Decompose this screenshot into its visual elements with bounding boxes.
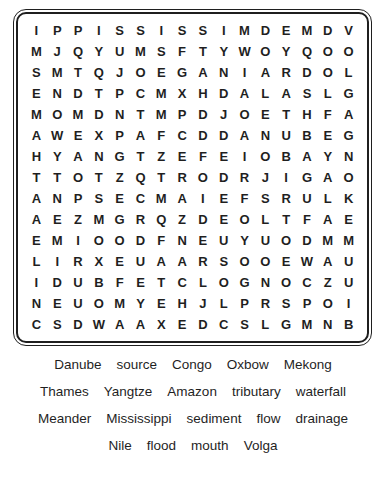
grid-cell-r10c14[interactable]: F (297, 209, 318, 230)
grid-cell-r12c9[interactable]: R (193, 251, 214, 272)
grid-cell-r13c2[interactable]: D (47, 272, 68, 293)
grid-cell-r12c16[interactable]: U (338, 251, 359, 272)
grid-cell-r11c4[interactable]: O (88, 230, 109, 251)
grid-cell-r14c16[interactable]: I (338, 293, 359, 314)
grid-cell-r4c10[interactable]: D (213, 83, 234, 104)
grid-cell-r13c15[interactable]: Z (317, 272, 338, 293)
grid-cell-r11c10[interactable]: U (213, 230, 234, 251)
grid-cell-r8c3[interactable]: O (68, 167, 89, 188)
grid-cell-r11c16[interactable]: M (338, 230, 359, 251)
grid-cell-r6c12[interactable]: N (255, 125, 276, 146)
grid-cell-r6c11[interactable]: A (234, 125, 255, 146)
grid-cell-r8c8[interactable]: R (172, 167, 193, 188)
grid-cell-r10c11[interactable]: O (234, 209, 255, 230)
grid-cell-r8c9[interactable]: O (193, 167, 214, 188)
grid-cell-r9c8[interactable]: A (172, 188, 193, 209)
grid-cell-r11c8[interactable]: N (172, 230, 193, 251)
grid-cell-r3c2[interactable]: M (47, 62, 68, 83)
grid-cell-r8c4[interactable]: T (88, 167, 109, 188)
grid-cell-r1c15[interactable]: D (317, 20, 338, 41)
grid-cell-r9c13[interactable]: R (276, 188, 297, 209)
grid-cell-r4c3[interactable]: D (68, 83, 89, 104)
grid-cell-r12c15[interactable]: A (317, 251, 338, 272)
grid-cell-r7c11[interactable]: I (234, 146, 255, 167)
grid-cell-r11c11[interactable]: Y (234, 230, 255, 251)
grid-cell-r5c9[interactable]: D (193, 104, 214, 125)
grid-cell-r5c4[interactable]: D (88, 104, 109, 125)
grid-cell-r12c14[interactable]: W (297, 251, 318, 272)
word-mekong: Mekong (284, 357, 332, 372)
grid-cell-r1c11[interactable]: M (234, 20, 255, 41)
grid-cell-r5c12[interactable]: E (255, 104, 276, 125)
grid-cell-r2c3[interactable]: Q (68, 41, 89, 62)
grid-cell-r6c6[interactable]: A (130, 125, 151, 146)
word-waterfall: waterfall (296, 384, 346, 399)
word-sediment: sediment (187, 411, 242, 426)
grid-cell-r15c2[interactable]: S (47, 314, 68, 335)
grid-cell-r2c6[interactable]: M (130, 41, 151, 62)
grid-cell-r7c2[interactable]: Y (47, 146, 68, 167)
grid-cell-r13c7[interactable]: T (151, 272, 172, 293)
grid-cell-r9c14[interactable]: U (297, 188, 318, 209)
grid-cell-r4c8[interactable]: X (172, 83, 193, 104)
grid-cell-r7c15[interactable]: Y (317, 146, 338, 167)
grid-cell-r10c9[interactable]: D (193, 209, 214, 230)
grid-cell-r2c15[interactable]: O (317, 41, 338, 62)
grid-cell-r10c7[interactable]: Q (151, 209, 172, 230)
grid-cell-r9c9[interactable]: I (193, 188, 214, 209)
grid-cell-r8c11[interactable]: R (234, 167, 255, 188)
grid-cell-r4c5[interactable]: P (109, 83, 130, 104)
grid-cell-r4c14[interactable]: S (297, 83, 318, 104)
grid-cell-r7c8[interactable]: E (172, 146, 193, 167)
grid-cell-r10c6[interactable]: R (130, 209, 151, 230)
grid-cell-r9c1[interactable]: A (26, 188, 47, 209)
grid-cell-r3c3[interactable]: T (68, 62, 89, 83)
grid-cell-r4c4[interactable]: T (88, 83, 109, 104)
grid-cell-r10c2[interactable]: E (47, 209, 68, 230)
word-oxbow: Oxbow (227, 357, 269, 372)
word-search-board: IPPISSISSIMDEMDVMJQYUMSFTYWOYQOOSMTQJOEG… (13, 9, 372, 346)
grid-cell-r5c1[interactable]: M (26, 104, 47, 125)
grid-cell-r6c13[interactable]: U (276, 125, 297, 146)
grid-cell-r2c9[interactable]: T (193, 41, 214, 62)
grid-cell-r9c2[interactable]: N (47, 188, 68, 209)
word-danube: Danube (54, 357, 101, 372)
grid-cell-r4c6[interactable]: C (130, 83, 151, 104)
grid-cell-r1c10[interactable]: I (213, 20, 234, 41)
grid-cell-r14c9[interactable]: J (193, 293, 214, 314)
grid-cell-r8c7[interactable]: T (151, 167, 172, 188)
grid-cell-r14c15[interactable]: O (317, 293, 338, 314)
grid-cell-r6c4[interactable]: X (88, 125, 109, 146)
grid-cell-r2c7[interactable]: S (151, 41, 172, 62)
grid-cell-r12c8[interactable]: A (172, 251, 193, 272)
grid-cell-r3c1[interactable]: S (26, 62, 47, 83)
grid-cell-r9c16[interactable]: K (338, 188, 359, 209)
grid-cell-r6c3[interactable]: E (68, 125, 89, 146)
word-flood: flood (147, 438, 176, 453)
grid-cell-r6c7[interactable]: F (151, 125, 172, 146)
grid-cell-r9c5[interactable]: E (109, 188, 130, 209)
grid-cell-r2c8[interactable]: F (172, 41, 193, 62)
grid-cell-r6c9[interactable]: D (193, 125, 214, 146)
grid-cell-r8c5[interactable]: Z (109, 167, 130, 188)
grid-cell-r2c13[interactable]: Y (276, 41, 297, 62)
grid-cell-r13c9[interactable]: L (193, 272, 214, 293)
grid-cell-r2c16[interactable]: O (338, 41, 359, 62)
grid-cell-r15c3[interactable]: D (68, 314, 89, 335)
grid-cell-r15c15[interactable]: N (317, 314, 338, 335)
grid-cell-r1c12[interactable]: D (255, 20, 276, 41)
grid-cell-r7c6[interactable]: T (130, 146, 151, 167)
grid-cell-r2c5[interactable]: U (109, 41, 130, 62)
grid-cell-r13c1[interactable]: I (26, 272, 47, 293)
word-mississippi: Mississippi (106, 411, 171, 426)
grid-cell-r13c12[interactable]: N (255, 272, 276, 293)
grid-cell-r11c15[interactable]: M (317, 230, 338, 251)
grid-cell-r8c12[interactable]: J (255, 167, 276, 188)
grid-cell-r10c5[interactable]: G (109, 209, 130, 230)
grid-cell-r13c8[interactable]: C (172, 272, 193, 293)
grid-cell-r7c10[interactable]: E (213, 146, 234, 167)
grid-cell-r1c13[interactable]: E (276, 20, 297, 41)
grid-cell-r5c14[interactable]: H (297, 104, 318, 125)
grid-cell-r15c9[interactable]: D (193, 314, 214, 335)
grid-cell-r5c16[interactable]: A (338, 104, 359, 125)
grid-cell-r11c12[interactable]: U (255, 230, 276, 251)
grid-cell-r10c8[interactable]: Z (172, 209, 193, 230)
grid-cell-r1c5[interactable]: S (109, 20, 130, 41)
grid-cell-r11c9[interactable]: E (193, 230, 214, 251)
grid-cell-r9c7[interactable]: M (151, 188, 172, 209)
grid-cell-r7c14[interactable]: A (297, 146, 318, 167)
grid-cell-r10c16[interactable]: E (338, 209, 359, 230)
grid-cell-r13c3[interactable]: U (68, 272, 89, 293)
grid-cell-r4c16[interactable]: G (338, 83, 359, 104)
grid-cell-r3c7[interactable]: E (151, 62, 172, 83)
grid-cell-r2c1[interactable]: M (26, 41, 47, 62)
grid-cell-r7c5[interactable]: G (109, 146, 130, 167)
word-thames: Thames (40, 384, 89, 399)
grid-cell-r12c10[interactable]: S (213, 251, 234, 272)
grid-cell-r14c2[interactable]: E (47, 293, 68, 314)
grid-cell-r8c14[interactable]: G (297, 167, 318, 188)
grid-cell-r6c14[interactable]: B (297, 125, 318, 146)
grid-cell-r9c10[interactable]: E (213, 188, 234, 209)
grid-cell-r10c1[interactable]: A (26, 209, 47, 230)
grid-cell-r3c16[interactable]: L (338, 62, 359, 83)
grid-cell-r11c13[interactable]: O (276, 230, 297, 251)
grid-cell-r14c3[interactable]: U (68, 293, 89, 314)
grid-cell-r13c4[interactable]: B (88, 272, 109, 293)
grid-cell-r4c13[interactable]: A (276, 83, 297, 104)
grid-cell-r8c10[interactable]: D (213, 167, 234, 188)
word-volga: Volga (244, 438, 278, 453)
word-list-line-4: NilefloodmouthVolga (109, 432, 278, 459)
grid-cell-r11c2[interactable]: M (47, 230, 68, 251)
grid-cell-r11c1[interactable]: E (26, 230, 47, 251)
grid-cell-r2c14[interactable]: Q (297, 41, 318, 62)
grid-cell-r13c6[interactable]: E (130, 272, 151, 293)
grid-cell-r13c14[interactable]: C (297, 272, 318, 293)
grid-cell-r8c1[interactable]: T (26, 167, 47, 188)
grid-cell-r7c1[interactable]: H (26, 146, 47, 167)
grid-cell-r7c12[interactable]: O (255, 146, 276, 167)
grid-cell-r15c6[interactable]: A (130, 314, 151, 335)
grid-cell-r13c13[interactable]: O (276, 272, 297, 293)
grid-cell-r1c7[interactable]: I (151, 20, 172, 41)
grid-cell-r8c6[interactable]: Q (130, 167, 151, 188)
grid-cell-r15c16[interactable]: B (338, 314, 359, 335)
grid-cell-r15c13[interactable]: G (276, 314, 297, 335)
grid-cell-r4c1[interactable]: E (26, 83, 47, 104)
grid-cell-r5c13[interactable]: T (276, 104, 297, 125)
grid-cell-r9c4[interactable]: S (88, 188, 109, 209)
grid-cell-r3c8[interactable]: G (172, 62, 193, 83)
grid-cell-r8c15[interactable]: A (317, 167, 338, 188)
grid-cell-r2c2[interactable]: J (47, 41, 68, 62)
grid-cell-r3c15[interactable]: O (317, 62, 338, 83)
grid-cell-r14c6[interactable]: Y (130, 293, 151, 314)
grid-cell-r14c12[interactable]: R (255, 293, 276, 314)
grid-cell-r7c13[interactable]: B (276, 146, 297, 167)
word-meander: Meander (38, 411, 91, 426)
grid-cell-r14c7[interactable]: E (151, 293, 172, 314)
grid-cell-r15c12[interactable]: L (255, 314, 276, 335)
grid-cell-r15c4[interactable]: W (88, 314, 109, 335)
grid-cell-r12c1[interactable]: L (26, 251, 47, 272)
grid-cell-r1c3[interactable]: P (68, 20, 89, 41)
grid-cell-r5c2[interactable]: O (47, 104, 68, 125)
grid-cell-r10c3[interactable]: Z (68, 209, 89, 230)
grid-cell-r5c8[interactable]: P (172, 104, 193, 125)
grid-cell-r3c14[interactable]: D (297, 62, 318, 83)
grid-cell-r14c13[interactable]: S (276, 293, 297, 314)
grid-cell-r11c7[interactable]: F (151, 230, 172, 251)
grid-cell-r3c11[interactable]: I (234, 62, 255, 83)
grid-cell-r12c13[interactable]: E (276, 251, 297, 272)
letter-grid: IPPISSISSIMDEMDVMJQYUMSFTYWOYQOOSMTQJOEG… (16, 12, 369, 343)
grid-cell-r14c4[interactable]: O (88, 293, 109, 314)
grid-cell-r9c15[interactable]: L (317, 188, 338, 209)
grid-cell-r11c6[interactable]: D (130, 230, 151, 251)
grid-cell-r4c12[interactable]: L (255, 83, 276, 104)
grid-cell-r15c10[interactable]: C (213, 314, 234, 335)
grid-cell-r14c11[interactable]: P (234, 293, 255, 314)
grid-cell-r4c7[interactable]: M (151, 83, 172, 104)
grid-cell-r13c16[interactable]: U (338, 272, 359, 293)
grid-cell-r2c10[interactable]: Y (213, 41, 234, 62)
grid-cell-r5c7[interactable]: M (151, 104, 172, 125)
grid-cell-r7c9[interactable]: F (193, 146, 214, 167)
word-list-line-1: DanubesourceCongoOxbowMekong (54, 351, 332, 378)
grid-cell-r10c15[interactable]: A (317, 209, 338, 230)
grid-cell-r4c2[interactable]: N (47, 83, 68, 104)
grid-cell-r5c6[interactable]: T (130, 104, 151, 125)
grid-cell-r1c2[interactable]: P (47, 20, 68, 41)
grid-cell-r15c8[interactable]: E (172, 314, 193, 335)
grid-cell-r14c1[interactable]: N (26, 293, 47, 314)
grid-cell-r6c16[interactable]: G (338, 125, 359, 146)
grid-cell-r10c13[interactable]: T (276, 209, 297, 230)
grid-cell-r15c11[interactable]: S (234, 314, 255, 335)
grid-cell-r1c1[interactable]: I (26, 20, 47, 41)
grid-cell-r7c4[interactable]: N (88, 146, 109, 167)
grid-cell-r1c8[interactable]: S (172, 20, 193, 41)
word-mouth: mouth (191, 438, 229, 453)
grid-cell-r10c12[interactable]: L (255, 209, 276, 230)
grid-cell-r12c7[interactable]: A (151, 251, 172, 272)
grid-cell-r4c15[interactable]: L (317, 83, 338, 104)
grid-cell-r14c14[interactable]: P (297, 293, 318, 314)
grid-cell-r15c7[interactable]: X (151, 314, 172, 335)
grid-cell-r12c12[interactable]: O (255, 251, 276, 272)
grid-cell-r13c11[interactable]: G (234, 272, 255, 293)
grid-cell-r9c6[interactable]: C (130, 188, 151, 209)
grid-cell-r5c5[interactable]: N (109, 104, 130, 125)
word-tributary: tributary (232, 384, 281, 399)
grid-cell-r14c5[interactable]: M (109, 293, 130, 314)
grid-cell-r12c2[interactable]: I (47, 251, 68, 272)
word-list: DanubesourceCongoOxbowMekongThamesYangtz… (0, 351, 386, 459)
grid-cell-r11c3[interactable]: I (68, 230, 89, 251)
grid-cell-r15c5[interactable]: A (109, 314, 130, 335)
grid-cell-r8c2[interactable]: T (47, 167, 68, 188)
grid-cell-r5c15[interactable]: F (317, 104, 338, 125)
grid-cell-r5c3[interactable]: M (68, 104, 89, 125)
grid-cell-r1c16[interactable]: V (338, 20, 359, 41)
grid-cell-r5c10[interactable]: J (213, 104, 234, 125)
grid-cell-r4c11[interactable]: A (234, 83, 255, 104)
grid-cell-r14c10[interactable]: L (213, 293, 234, 314)
grid-cell-r4c9[interactable]: H (193, 83, 214, 104)
grid-cell-r2c4[interactable]: Y (88, 41, 109, 62)
grid-cell-r12c4[interactable]: X (88, 251, 109, 272)
grid-cell-r8c13[interactable]: I (276, 167, 297, 188)
word-nile: Nile (109, 438, 132, 453)
grid-cell-r6c10[interactable]: D (213, 125, 234, 146)
grid-cell-r3c5[interactable]: J (109, 62, 130, 83)
grid-cell-r1c9[interactable]: S (193, 20, 214, 41)
grid-cell-r12c11[interactable]: O (234, 251, 255, 272)
word-source: source (116, 357, 157, 372)
grid-cell-r6c5[interactable]: P (109, 125, 130, 146)
grid-cell-r8c16[interactable]: O (338, 167, 359, 188)
grid-cell-r11c14[interactable]: D (297, 230, 318, 251)
grid-cell-r12c6[interactable]: U (130, 251, 151, 272)
grid-cell-r15c1[interactable]: C (26, 314, 47, 335)
word-drainage: drainage (295, 411, 348, 426)
grid-cell-r7c3[interactable]: A (68, 146, 89, 167)
grid-cell-r3c9[interactable]: A (193, 62, 214, 83)
grid-cell-r6c15[interactable]: E (317, 125, 338, 146)
grid-cell-r6c8[interactable]: C (172, 125, 193, 146)
grid-cell-r10c10[interactable]: E (213, 209, 234, 230)
grid-cell-r12c5[interactable]: E (109, 251, 130, 272)
grid-cell-r6c1[interactable]: A (26, 125, 47, 146)
grid-cell-r1c14[interactable]: M (297, 20, 318, 41)
grid-cell-r3c10[interactable]: N (213, 62, 234, 83)
word-amazon: Amazon (167, 384, 217, 399)
grid-cell-r12c3[interactable]: R (68, 251, 89, 272)
grid-cell-r11c5[interactable]: O (109, 230, 130, 251)
grid-cell-r6c2[interactable]: W (47, 125, 68, 146)
grid-cell-r1c6[interactable]: S (130, 20, 151, 41)
grid-cell-r15c14[interactable]: M (297, 314, 318, 335)
word-flow: flow (256, 411, 280, 426)
grid-cell-r9c12[interactable]: S (255, 188, 276, 209)
grid-cell-r3c4[interactable]: Q (88, 62, 109, 83)
grid-cell-r9c11[interactable]: F (234, 188, 255, 209)
grid-cell-r5c11[interactable]: O (234, 104, 255, 125)
grid-cell-r2c12[interactable]: O (255, 41, 276, 62)
grid-cell-r2c11[interactable]: W (234, 41, 255, 62)
grid-cell-r14c8[interactable]: H (172, 293, 193, 314)
grid-cell-r13c5[interactable]: F (109, 272, 130, 293)
word-list-line-3: MeanderMississippisedimentflowdrainage (38, 405, 348, 432)
grid-cell-r7c7[interactable]: Z (151, 146, 172, 167)
grid-cell-r9c3[interactable]: P (68, 188, 89, 209)
grid-cell-r7c16[interactable]: N (338, 146, 359, 167)
grid-cell-r3c6[interactable]: O (130, 62, 151, 83)
grid-cell-r3c13[interactable]: R (276, 62, 297, 83)
word-yangtze: Yangtze (104, 384, 153, 399)
grid-cell-r3c12[interactable]: A (255, 62, 276, 83)
word-congo: Congo (172, 357, 212, 372)
grid-cell-r13c10[interactable]: O (213, 272, 234, 293)
grid-cell-r1c4[interactable]: I (88, 20, 109, 41)
grid-cell-r10c4[interactable]: M (88, 209, 109, 230)
word-list-line-2: ThamesYangtzeAmazontributarywaterfall (40, 378, 346, 405)
